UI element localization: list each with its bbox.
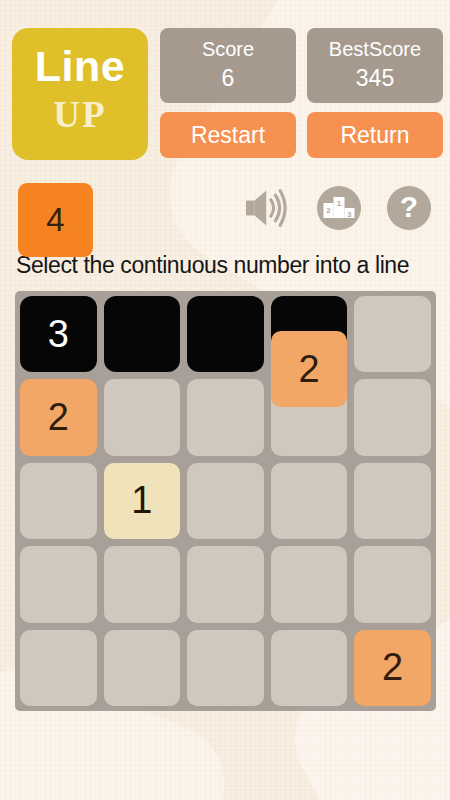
cell-r5c2[interactable]: [104, 630, 181, 706]
restart-button[interactable]: Restart: [160, 112, 296, 158]
next-tile-preview: 4: [18, 183, 93, 257]
cell-r3c3[interactable]: [187, 463, 264, 539]
best-score-label: BestScore: [307, 38, 443, 61]
cell-r4c2[interactable]: [104, 546, 181, 622]
cell-r5c1[interactable]: [20, 630, 97, 706]
cell-r5c4[interactable]: [271, 630, 348, 706]
return-button[interactable]: Return: [307, 112, 443, 158]
best-score-display: BestScore 345: [307, 28, 443, 103]
cell-r5c3[interactable]: [187, 630, 264, 706]
cell-r1c3[interactable]: [187, 296, 264, 372]
cell-r3c2[interactable]: 1: [104, 463, 181, 539]
cell-r3c5[interactable]: [354, 463, 431, 539]
svg-text:1: 1: [337, 199, 342, 208]
svg-text:3: 3: [348, 211, 352, 218]
leaderboard-icon[interactable]: 1 2 3: [316, 185, 362, 231]
score-value: 6: [160, 65, 296, 92]
app-logo: Line UP: [12, 28, 148, 160]
svg-text:?: ?: [400, 190, 418, 223]
sliding-tile-2[interactable]: 2: [271, 331, 348, 407]
cell-r4c5[interactable]: [354, 546, 431, 622]
cell-r1c1[interactable]: 3: [20, 296, 97, 372]
cell-r4c4[interactable]: [271, 546, 348, 622]
cell-r2c3[interactable]: [187, 379, 264, 455]
cell-r3c1[interactable]: [20, 463, 97, 539]
cell-r2c2[interactable]: [104, 379, 181, 455]
volume-icon[interactable]: [246, 185, 292, 231]
next-tile-value: 4: [46, 201, 64, 239]
cell-r5c5[interactable]: 2: [354, 630, 431, 706]
cell-r4c1[interactable]: [20, 546, 97, 622]
cell-r1c2[interactable]: [104, 296, 181, 372]
cell-r2c1[interactable]: 2: [20, 379, 97, 455]
cell-r4c3[interactable]: [187, 546, 264, 622]
cell-r2c5[interactable]: [354, 379, 431, 455]
help-icon[interactable]: ?: [386, 185, 432, 231]
board: 32122: [15, 291, 436, 711]
icon-toolbar: 1 2 3 ?: [246, 184, 432, 232]
svg-text:2: 2: [326, 206, 331, 215]
cell-r3c4[interactable]: [271, 463, 348, 539]
score-label: Score: [160, 38, 296, 61]
logo-line-text: Line: [12, 42, 148, 91]
logo-up-text: UP: [12, 93, 148, 136]
best-score-value: 345: [307, 65, 443, 92]
cell-r1c5[interactable]: [354, 296, 431, 372]
score-display: Score 6: [160, 28, 296, 103]
